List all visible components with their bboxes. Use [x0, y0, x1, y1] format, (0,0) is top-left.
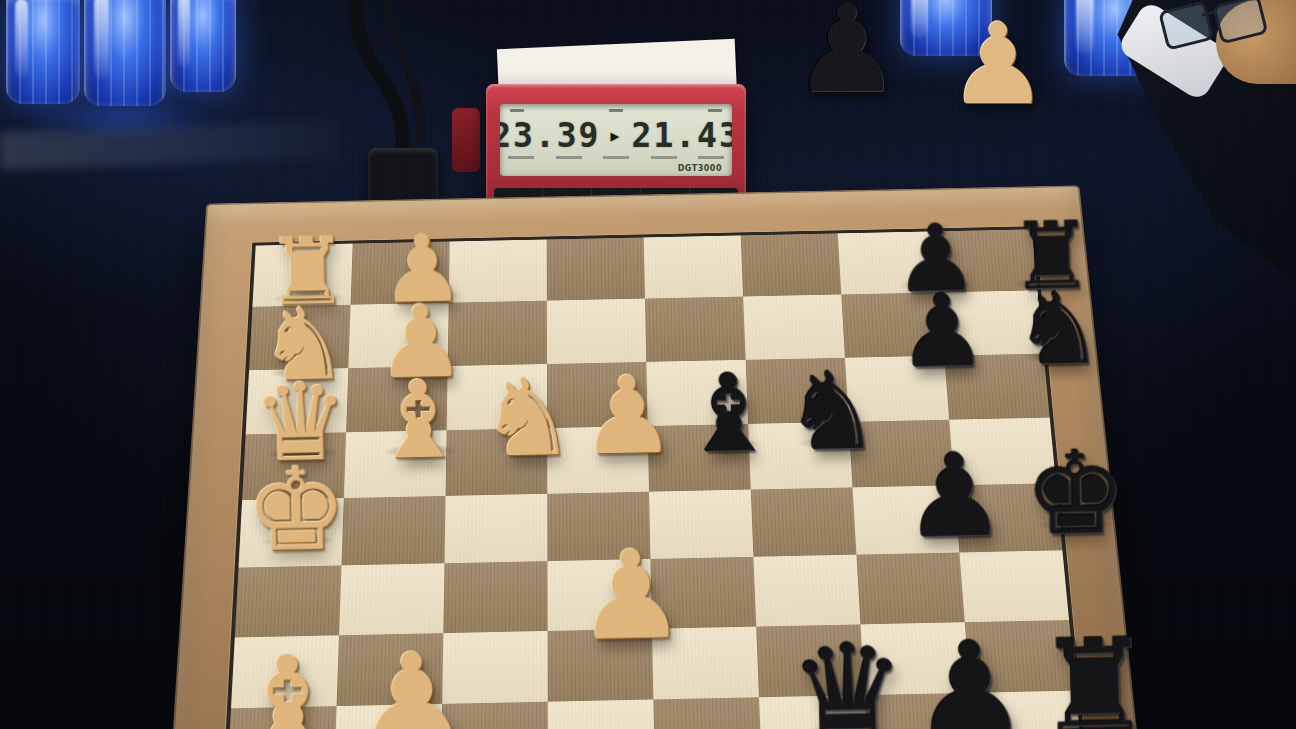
square-c5[interactable]: [650, 557, 756, 628]
square-h4[interactable]: [547, 237, 645, 300]
square-b2[interactable]: [337, 633, 444, 706]
square-c7[interactable]: [856, 553, 964, 624]
photo-stage: 23.39 ▶ 21.43 DGT3000 ◀−▶|+▶ ♟ ♟ ♜♞♛♚♝♜♟…: [0, 0, 1296, 729]
square-g3[interactable]: [448, 301, 547, 366]
square-g6[interactable]: [743, 295, 845, 360]
square-f3[interactable]: [447, 364, 548, 430]
square-c6[interactable]: [753, 555, 860, 626]
square-g1[interactable]: [249, 305, 351, 370]
square-b7[interactable]: [860, 622, 970, 695]
square-d3[interactable]: [444, 494, 547, 564]
square-h8[interactable]: [935, 229, 1038, 292]
square-h6[interactable]: [741, 233, 842, 296]
square-b1[interactable]: [231, 635, 339, 708]
square-h2[interactable]: [351, 241, 450, 304]
square-c3[interactable]: [443, 561, 547, 632]
square-b4[interactable]: [548, 628, 654, 701]
square-h3[interactable]: [449, 239, 547, 302]
square-c8[interactable]: [959, 551, 1069, 622]
board-frame: ♜♞♛♚♝♜♟♟♝♟♟♟♞♟♟♝♞♛♟♟♟♟♟♟♜♞♚♜♝: [166, 185, 1146, 729]
square-h7[interactable]: [838, 231, 940, 294]
square-f5[interactable]: [646, 359, 748, 425]
square-e7[interactable]: [849, 419, 955, 487]
square-b8[interactable]: [965, 620, 1076, 693]
square-b5[interactable]: [652, 626, 759, 699]
square-c2[interactable]: [339, 563, 444, 634]
chess-board-area: ♜♞♛♚♝♜♟♟♝♟♟♟♞♟♟♝♞♛♟♟♟♟♟♟♜♞♚♜♝: [150, 49, 1146, 729]
board-squares: [227, 229, 1083, 729]
square-f7[interactable]: [845, 355, 949, 421]
square-d7[interactable]: [852, 485, 959, 555]
square-e6[interactable]: [748, 422, 852, 490]
square-f2[interactable]: [346, 366, 448, 432]
square-c1[interactable]: [235, 566, 342, 637]
square-b3[interactable]: [442, 631, 548, 704]
square-e2[interactable]: [344, 430, 447, 498]
square-e3[interactable]: [446, 428, 548, 496]
square-d4[interactable]: [547, 492, 650, 562]
square-g5[interactable]: [645, 297, 746, 362]
square-a1[interactable]: [227, 706, 336, 729]
square-f6[interactable]: [746, 357, 849, 423]
square-e5[interactable]: [648, 424, 751, 492]
square-a7[interactable]: [865, 693, 976, 729]
square-f4[interactable]: [547, 362, 648, 428]
square-d5[interactable]: [649, 490, 753, 560]
square-a8[interactable]: [970, 690, 1083, 729]
square-c4[interactable]: [547, 559, 651, 630]
square-a6[interactable]: [759, 695, 869, 729]
square-e1[interactable]: [242, 432, 346, 500]
square-g2[interactable]: [348, 303, 448, 368]
square-d2[interactable]: [341, 496, 445, 566]
square-d1[interactable]: [238, 498, 343, 568]
square-f8[interactable]: [944, 353, 1049, 419]
square-d8[interactable]: [954, 483, 1062, 553]
square-h1[interactable]: [252, 244, 352, 307]
square-a5[interactable]: [653, 697, 761, 729]
square-a3[interactable]: [441, 701, 548, 729]
square-d6[interactable]: [751, 487, 857, 557]
square-h5[interactable]: [644, 235, 743, 298]
blue-glass-icon: [6, 0, 80, 104]
square-g7[interactable]: [841, 293, 944, 358]
square-a2[interactable]: [334, 704, 442, 729]
square-e8[interactable]: [949, 417, 1056, 485]
square-b6[interactable]: [756, 624, 864, 697]
square-g4[interactable]: [547, 299, 646, 364]
square-f1[interactable]: [246, 368, 349, 434]
square-a4[interactable]: [548, 699, 655, 729]
square-e4[interactable]: [547, 426, 649, 494]
square-g8[interactable]: [939, 291, 1043, 356]
